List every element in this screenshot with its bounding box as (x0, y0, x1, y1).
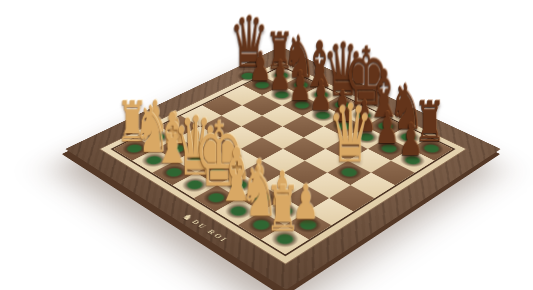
piece-glyph: ♟ (391, 117, 429, 162)
chess-board: ♜♞♝♛♚♝♞♜♟♟♟♟♟♟♟♟♟♟♟♟♟♟♟♟♜♞♝♛♚♝♞♜♛♛ ♞ DU … (65, 46, 501, 289)
squares-grid: ♜♞♝♛♚♝♞♜♟♟♟♟♟♟♟♟♟♟♟♟♟♟♟♟♜♞♝♛♚♝♞♜♛♛ (113, 67, 452, 255)
piece-glyph: ♛ (327, 93, 365, 174)
piece-glyph: ♜ (261, 178, 303, 241)
board-frame: ♜♞♝♛♚♝♞♜♟♟♟♟♟♟♟♟♟♟♟♟♟♟♟♟♜♞♝♛♚♝♞♜♛♛ ♞ DU … (65, 46, 501, 289)
board-border: ♜♞♝♛♚♝♞♜♟♟♟♟♟♟♟♟♟♟♟♟♟♟♟♟♜♞♝♛♚♝♞♜♛♛ (100, 61, 465, 263)
chess-set-product-photo: ♜♞♝♛♚♝♞♜♟♟♟♟♟♟♟♟♟♟♟♟♟♟♟♟♜♞♝♛♚♝♞♜♛♛ ♞ DU … (0, 0, 533, 290)
